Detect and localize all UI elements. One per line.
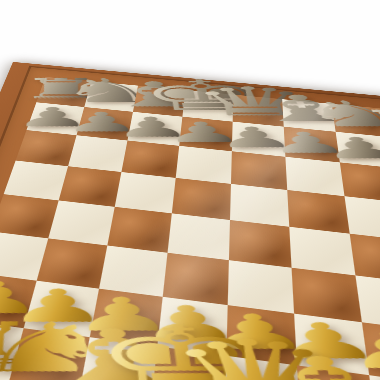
square-d3 — [228, 260, 294, 313]
square-e2: ♟ — [157, 297, 227, 356]
square-b2: ♟ — [362, 322, 380, 380]
piece-white-pawn: ♟ — [334, 326, 380, 377]
square-h1: ♜ — [0, 319, 24, 380]
square-e1: ♚ — [151, 346, 226, 380]
piece-white-knight: ♞ — [314, 359, 380, 380]
square-c3 — [292, 268, 362, 323]
chess-board: ♜♞♝♚♛♝♞♜♟♟♟♟♟♟♟♟♟♟♟♟♟♟♟♟♜♞♝♚♛♝♞♜ — [0, 77, 380, 380]
square-e3 — [163, 253, 229, 305]
square-c4 — [289, 227, 355, 276]
square-h4 — [0, 194, 59, 238]
chess-set: ♜♞♝♚♛♝♞♜♟♟♟♟♟♟♟♟♟♟♟♟♟♟♟♟♜♞♝♚♛♝♞♜ — [0, 77, 380, 380]
square-f4 — [107, 207, 172, 253]
square-g1: ♞ — [9, 328, 90, 380]
square-g4 — [48, 200, 114, 245]
square-c1: ♝ — [297, 365, 378, 380]
square-d1: ♛ — [225, 356, 300, 380]
square-d5 — [230, 184, 289, 227]
square-b5 — [345, 196, 380, 240]
square-c5 — [287, 190, 349, 234]
piece-white-bishop: ♝ — [38, 321, 194, 380]
piece-white-knight: ♞ — [0, 314, 120, 380]
square-b1: ♞ — [369, 375, 380, 380]
piece-white-bishop: ♝ — [242, 348, 380, 380]
square-d4 — [229, 220, 292, 268]
piece-white-pawn: ♟ — [6, 284, 109, 330]
square-b4 — [350, 234, 380, 284]
piece-white-rook: ♜ — [0, 315, 41, 373]
square-f1: ♝ — [79, 337, 157, 380]
square-f3 — [99, 245, 167, 296]
photo-viewport: ♜♞♝♚♛♝♞♜♟♟♟♟♟♟♟♟♟♟♟♟♟♟♟♟♜♞♝♚♛♝♞♜ — [0, 0, 380, 380]
square-e4 — [168, 213, 230, 260]
square-b3 — [355, 275, 380, 331]
piece-white-queen: ♛ — [163, 330, 353, 380]
